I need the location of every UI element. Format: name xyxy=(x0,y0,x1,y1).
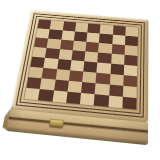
board-square xyxy=(52,90,67,102)
board-square xyxy=(66,92,81,105)
board xyxy=(24,19,138,109)
board-square xyxy=(80,93,95,106)
brass-latch-icon xyxy=(49,119,64,128)
chess-box xyxy=(6,10,148,145)
board-square xyxy=(108,96,123,109)
board-square xyxy=(122,97,136,110)
board-square xyxy=(94,94,109,107)
box-lid xyxy=(11,10,149,123)
photo-stage: Overhead photo of a closed light-wood ch… xyxy=(0,0,160,160)
